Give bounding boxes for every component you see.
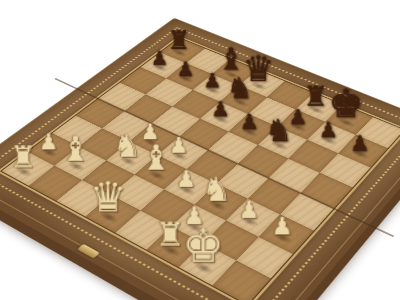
chess-board: ♜♝♛♜♚♟♟♟♞♟♟♟♟♟♞♟♟♞♝♟♞♟♟♟♝♟♜♛♜♚ (0, 18, 400, 300)
white-king-g1: ♚ (182, 222, 223, 269)
black-knight-f6: ♞ (261, 115, 297, 146)
white-pawn-h3: ♟ (262, 214, 302, 238)
photo-stage: ♜♝♛♜♚♟♟♟♞♟♟♟♟♟♞♟♟♞♝♟♞♟♟♟♝♟♜♛♜♚ (0, 0, 400, 300)
scene: ♜♝♛♜♚♟♟♟♞♟♟♟♟♟♞♟♟♞♝♟♞♟♟♟♝♟♜♛♜♚ (0, 0, 400, 300)
white-rook-a1: ♜ (5, 143, 42, 173)
white-bishop-b2: ♝ (57, 133, 94, 167)
white-queen-d1: ♛ (89, 176, 128, 218)
black-pawn-h7: ♟ (341, 133, 377, 155)
